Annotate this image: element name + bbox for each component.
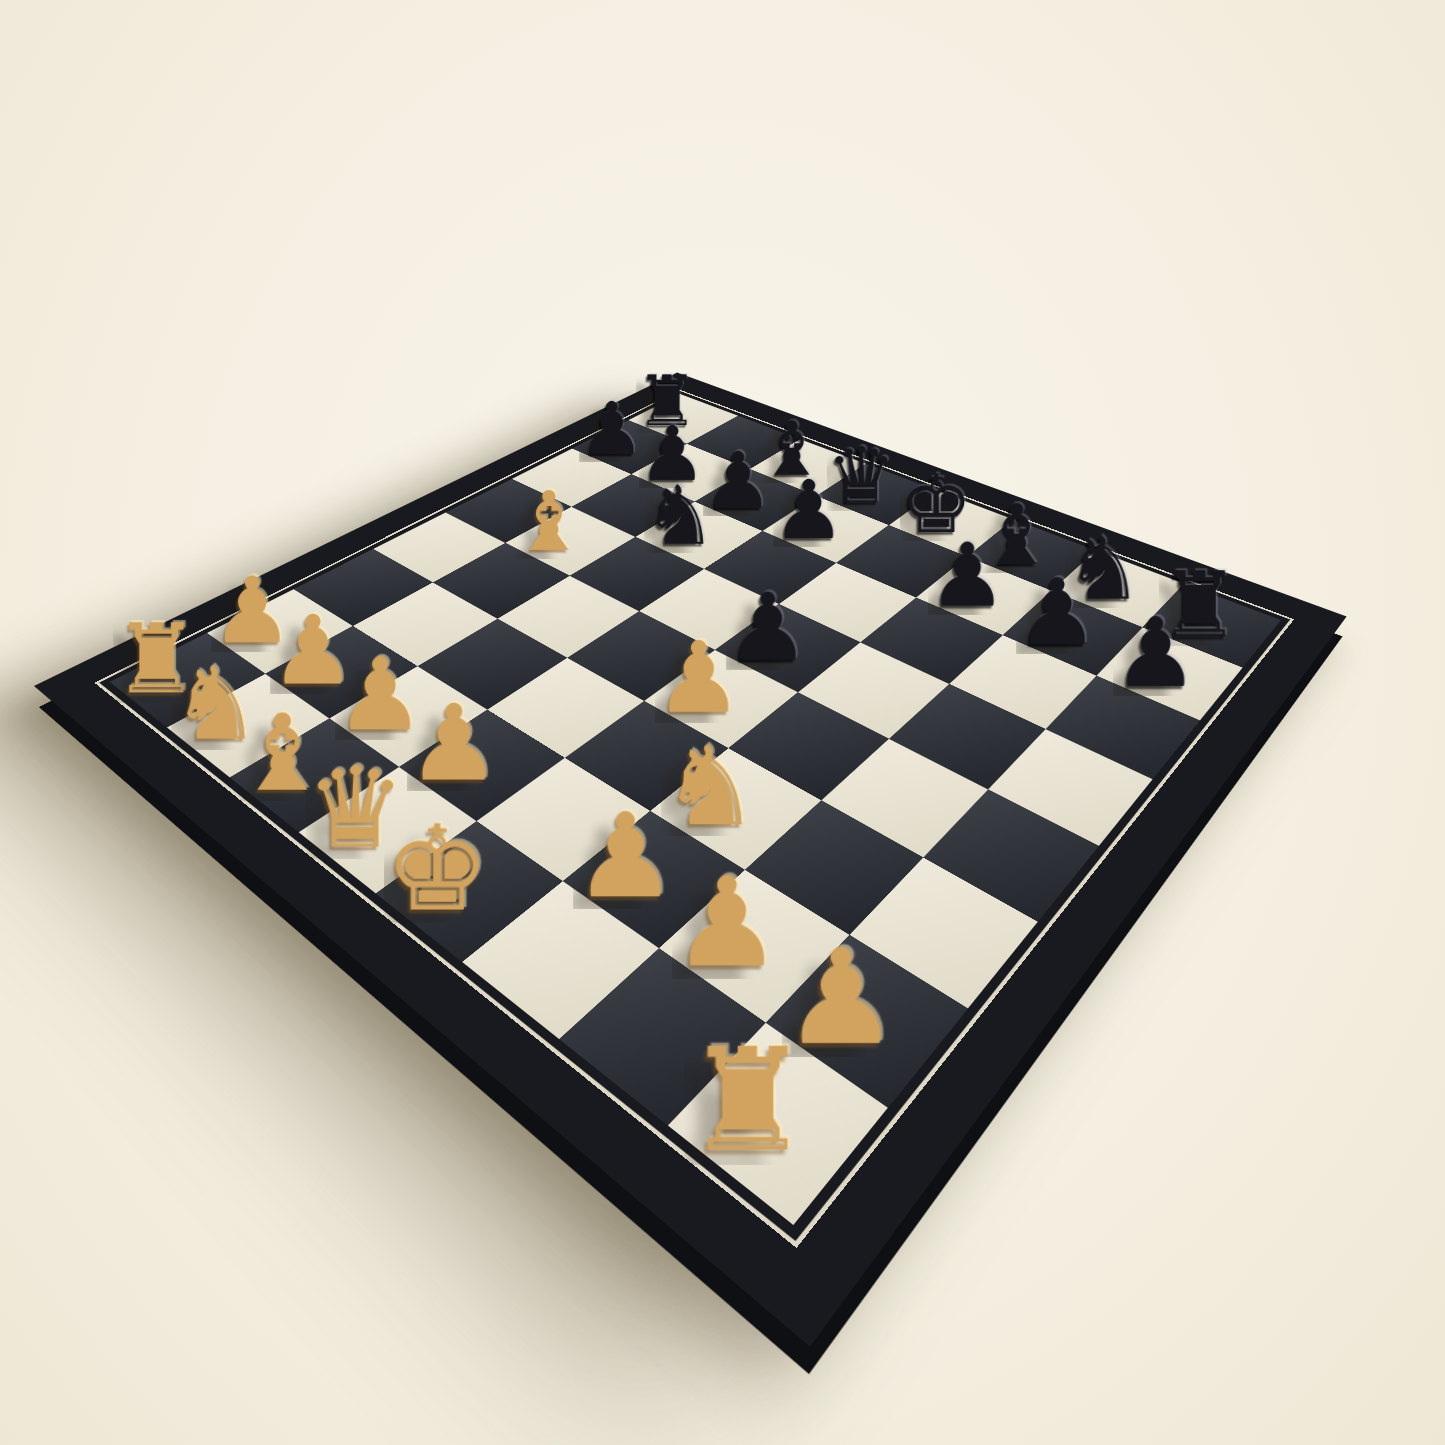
- chessboard: ♜♝♛♚♝♞♜♟♟♟♟♟♟♟♞♝♟♟♞♟♟♟♟♟♟♟♜♞♝♛♚♜: [34, 372, 1347, 1346]
- white-pawn-e4[interactable]: ♟: [654, 629, 742, 727]
- white-rook-h1[interactable]: ♜: [683, 1030, 810, 1172]
- photo-scene: ♜♝♛♚♝♞♜♟♟♟♟♟♟♟♞♝♟♟♞♟♟♟♟♟♟♟♜♞♝♛♚♜: [0, 0, 1445, 1445]
- board-grid: ♜♝♛♚♝♞♜♟♟♟♟♟♟♟♞♝♟♟♞♟♟♟♟♟♟♟♜♞♝♛♚♜: [110, 394, 1281, 1225]
- square-h1[interactable]: ♜: [668, 1023, 887, 1225]
- white-king-e1[interactable]: ♚: [384, 811, 490, 929]
- black-pawn-h7[interactable]: ♟: [1113, 606, 1199, 702]
- piece-anchor-h1: ♜: [668, 1023, 887, 1225]
- black-pawn-d7[interactable]: ♟: [773, 470, 846, 551]
- black-knight-c6[interactable]: ♞: [643, 476, 716, 558]
- black-pawn-a7[interactable]: ♟: [579, 393, 644, 466]
- white-pawn-g2[interactable]: ♟: [671, 862, 782, 986]
- black-pawn-f7[interactable]: ♟: [928, 532, 1007, 620]
- white-pawn-d2[interactable]: ♟: [406, 692, 500, 797]
- white-pawn-f2[interactable]: ♟: [573, 799, 678, 916]
- white-bishop-b5[interactable]: ♝: [512, 481, 586, 563]
- black-pawn-g7[interactable]: ♟: [1017, 567, 1099, 659]
